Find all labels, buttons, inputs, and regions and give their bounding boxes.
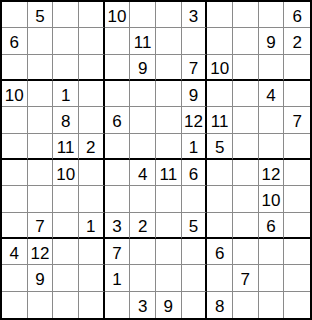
cell-r6c9[interactable]: 5 xyxy=(207,134,233,160)
cell-r10c10[interactable] xyxy=(233,239,259,265)
cell-r5c8[interactable]: 12 xyxy=(182,107,208,133)
cell-r4c12[interactable] xyxy=(284,81,310,107)
cell-r4c9[interactable] xyxy=(207,81,233,107)
cell-r12c3[interactable] xyxy=(53,292,79,318)
cell-r2c4[interactable] xyxy=(79,28,105,54)
cell-r8c6[interactable] xyxy=(130,186,156,212)
cell-r4c5[interactable] xyxy=(105,81,131,107)
cell-r4c10[interactable] xyxy=(233,81,259,107)
cell-r2c7[interactable] xyxy=(156,28,182,54)
cell-r1c4[interactable] xyxy=(79,2,105,28)
cell-r6c3[interactable]: 11 xyxy=(53,134,79,160)
cell-r3c3[interactable] xyxy=(53,55,79,81)
cell-r4c8[interactable]: 9 xyxy=(182,81,208,107)
cell-r12c12[interactable] xyxy=(284,292,310,318)
cell-r8c9[interactable] xyxy=(207,186,233,212)
cell-r2c9[interactable] xyxy=(207,28,233,54)
cell-r7c11[interactable]: 12 xyxy=(259,160,285,186)
cell-r8c10[interactable] xyxy=(233,186,259,212)
cell-r5c1[interactable] xyxy=(2,107,28,133)
cell-r6c10[interactable] xyxy=(233,134,259,160)
cell-r10c1[interactable]: 4 xyxy=(2,239,28,265)
cell-r1c10[interactable] xyxy=(233,2,259,28)
cell-r9c5[interactable]: 3 xyxy=(105,213,131,239)
cell-r11c4[interactable] xyxy=(79,265,105,291)
cell-r5c6[interactable] xyxy=(130,107,156,133)
cell-r2c6[interactable]: 11 xyxy=(130,28,156,54)
cell-r9c2[interactable]: 7 xyxy=(28,213,54,239)
cell-r7c4[interactable] xyxy=(79,160,105,186)
cell-r12c5[interactable] xyxy=(105,292,131,318)
cell-r5c2[interactable] xyxy=(28,107,54,133)
cell-r9c12[interactable] xyxy=(284,213,310,239)
cell-r4c7[interactable] xyxy=(156,81,182,107)
cell-r3c4[interactable] xyxy=(79,55,105,81)
cell-r9c6[interactable]: 2 xyxy=(130,213,156,239)
cell-r11c2[interactable]: 9 xyxy=(28,265,54,291)
cell-r1c5[interactable]: 10 xyxy=(105,2,131,28)
cell-r2c12[interactable]: 2 xyxy=(284,28,310,54)
cell-r2c10[interactable] xyxy=(233,28,259,54)
cell-r12c11[interactable] xyxy=(259,292,285,318)
cell-r4c3[interactable]: 1 xyxy=(53,81,79,107)
cell-r11c1[interactable] xyxy=(2,265,28,291)
cell-r4c2[interactable] xyxy=(28,81,54,107)
cell-r5c7[interactable] xyxy=(156,107,182,133)
cell-r10c11[interactable] xyxy=(259,239,285,265)
cell-r7c8[interactable]: 6 xyxy=(182,160,208,186)
cell-r1c9[interactable] xyxy=(207,2,233,28)
cell-r1c6[interactable] xyxy=(130,2,156,28)
cell-r1c1[interactable] xyxy=(2,2,28,28)
cell-r9c9[interactable] xyxy=(207,213,233,239)
cell-r10c4[interactable] xyxy=(79,239,105,265)
cell-r3c7[interactable] xyxy=(156,55,182,81)
cell-r6c7[interactable] xyxy=(156,134,182,160)
cell-r11c3[interactable] xyxy=(53,265,79,291)
cell-r5c5[interactable]: 6 xyxy=(105,107,131,133)
cell-r1c11[interactable] xyxy=(259,2,285,28)
cell-r3c8[interactable]: 7 xyxy=(182,55,208,81)
cell-r12c8[interactable] xyxy=(182,292,208,318)
cell-r4c6[interactable] xyxy=(130,81,156,107)
cell-r3c1[interactable] xyxy=(2,55,28,81)
cell-r12c9[interactable]: 8 xyxy=(207,292,233,318)
cell-r10c6[interactable] xyxy=(130,239,156,265)
cell-r8c12[interactable] xyxy=(284,186,310,212)
cell-r10c2[interactable]: 12 xyxy=(28,239,54,265)
cell-r10c9[interactable]: 6 xyxy=(207,239,233,265)
sudoku-board: 5103661192971010194861211711215104116121… xyxy=(0,0,312,320)
cell-r2c1[interactable]: 6 xyxy=(2,28,28,54)
puzzle-page: 5103661192971010194861211711215104116121… xyxy=(0,0,312,320)
cell-r11c11[interactable] xyxy=(259,265,285,291)
cell-r9c7[interactable] xyxy=(156,213,182,239)
cell-r2c3[interactable] xyxy=(53,28,79,54)
cell-r9c11[interactable]: 6 xyxy=(259,213,285,239)
cell-r9c8[interactable]: 5 xyxy=(182,213,208,239)
cell-r8c3[interactable] xyxy=(53,186,79,212)
cell-r8c7[interactable] xyxy=(156,186,182,212)
cell-r7c9[interactable] xyxy=(207,160,233,186)
cell-r12c10[interactable] xyxy=(233,292,259,318)
cell-r11c12[interactable] xyxy=(284,265,310,291)
cell-r1c3[interactable] xyxy=(53,2,79,28)
cell-r11c10[interactable]: 7 xyxy=(233,265,259,291)
cell-r7c7[interactable]: 11 xyxy=(156,160,182,186)
cell-r8c4[interactable] xyxy=(79,186,105,212)
cell-r3c10[interactable] xyxy=(233,55,259,81)
cell-r7c6[interactable]: 4 xyxy=(130,160,156,186)
cell-r12c1[interactable] xyxy=(2,292,28,318)
cell-r8c8[interactable] xyxy=(182,186,208,212)
cell-r7c1[interactable] xyxy=(2,160,28,186)
cell-r1c2[interactable]: 5 xyxy=(28,2,54,28)
cell-r5c10[interactable] xyxy=(233,107,259,133)
cell-r7c2[interactable] xyxy=(28,160,54,186)
cell-r2c11[interactable]: 9 xyxy=(259,28,285,54)
cell-r10c12[interactable] xyxy=(284,239,310,265)
cell-r12c6[interactable]: 3 xyxy=(130,292,156,318)
cell-r3c6[interactable]: 9 xyxy=(130,55,156,81)
cell-r9c3[interactable] xyxy=(53,213,79,239)
cell-r5c3[interactable]: 8 xyxy=(53,107,79,133)
cell-r7c5[interactable] xyxy=(105,160,131,186)
cell-r2c5[interactable] xyxy=(105,28,131,54)
cell-r3c2[interactable] xyxy=(28,55,54,81)
cell-r3c12[interactable] xyxy=(284,55,310,81)
cell-r9c1[interactable] xyxy=(2,213,28,239)
cell-r6c6[interactable] xyxy=(130,134,156,160)
cell-r6c11[interactable] xyxy=(259,134,285,160)
cell-r8c1[interactable] xyxy=(2,186,28,212)
cell-r5c9[interactable]: 11 xyxy=(207,107,233,133)
cell-r7c12[interactable] xyxy=(284,160,310,186)
cell-r12c2[interactable] xyxy=(28,292,54,318)
cell-r3c9[interactable]: 10 xyxy=(207,55,233,81)
cell-r10c8[interactable] xyxy=(182,239,208,265)
cell-r4c11[interactable]: 4 xyxy=(259,81,285,107)
cell-r9c4[interactable]: 1 xyxy=(79,213,105,239)
cell-r2c8[interactable] xyxy=(182,28,208,54)
cell-r3c11[interactable] xyxy=(259,55,285,81)
cell-r10c7[interactable] xyxy=(156,239,182,265)
cell-r8c2[interactable] xyxy=(28,186,54,212)
cell-r9c10[interactable] xyxy=(233,213,259,239)
cell-r1c7[interactable] xyxy=(156,2,182,28)
cell-r11c9[interactable] xyxy=(207,265,233,291)
cell-r6c2[interactable] xyxy=(28,134,54,160)
cell-r11c6[interactable] xyxy=(130,265,156,291)
cell-r8c5[interactable] xyxy=(105,186,131,212)
cell-r6c8[interactable]: 1 xyxy=(182,134,208,160)
cell-r1c12[interactable]: 6 xyxy=(284,2,310,28)
cell-r12c7[interactable]: 9 xyxy=(156,292,182,318)
cell-r6c1[interactable] xyxy=(2,134,28,160)
cell-r6c4[interactable]: 2 xyxy=(79,134,105,160)
cell-r6c5[interactable] xyxy=(105,134,131,160)
cell-r5c4[interactable] xyxy=(79,107,105,133)
cell-r12c4[interactable] xyxy=(79,292,105,318)
cell-r5c11[interactable] xyxy=(259,107,285,133)
cell-r11c7[interactable] xyxy=(156,265,182,291)
cell-r10c3[interactable] xyxy=(53,239,79,265)
cell-r8c11[interactable]: 10 xyxy=(259,186,285,212)
cell-r4c4[interactable] xyxy=(79,81,105,107)
cell-r10c5[interactable]: 7 xyxy=(105,239,131,265)
cell-r4c1[interactable]: 10 xyxy=(2,81,28,107)
cell-r11c8[interactable] xyxy=(182,265,208,291)
cell-r6c12[interactable] xyxy=(284,134,310,160)
cell-r7c10[interactable] xyxy=(233,160,259,186)
cell-r7c3[interactable]: 10 xyxy=(53,160,79,186)
cell-r2c2[interactable] xyxy=(28,28,54,54)
cell-r11c5[interactable]: 1 xyxy=(105,265,131,291)
cell-r3c5[interactable] xyxy=(105,55,131,81)
cell-r1c8[interactable]: 3 xyxy=(182,2,208,28)
cell-r5c12[interactable]: 7 xyxy=(284,107,310,133)
